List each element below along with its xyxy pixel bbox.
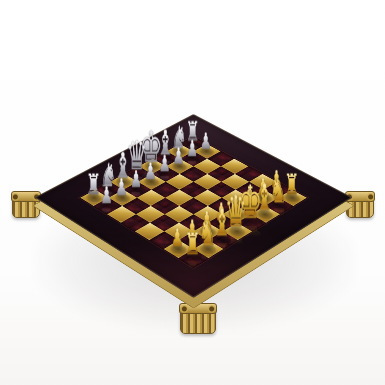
silver-p-glyph: ♟	[88, 184, 124, 206]
product-photo-scene: ♜♜♞♞♝♝♚♚♛♛♝♝♞♞♜♜♟♟♟♟♟♟♟♟♟♟♟♟♟♟♟♟♟♟♟♟♟♟♟♟…	[0, 0, 385, 385]
board-foot-front	[180, 308, 216, 334]
gold-r-glyph: ♜	[172, 230, 210, 258]
